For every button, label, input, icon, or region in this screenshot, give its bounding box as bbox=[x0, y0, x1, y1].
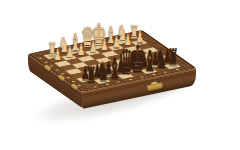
brass-stud bbox=[163, 71, 168, 73]
brass-stud bbox=[93, 86, 98, 88]
chess-set-photo: ♜♞♝♛♚♝♞♜♟♟♟♟♟♟♟♟♟♟♟♟♟♟♟♟♜♞♝♛♚♝♞♜ bbox=[0, 0, 240, 150]
piece-glyph: ♜ bbox=[157, 46, 189, 69]
brass-stud bbox=[55, 69, 60, 71]
brass-stud bbox=[44, 61, 49, 63]
brass-stud bbox=[175, 69, 180, 71]
